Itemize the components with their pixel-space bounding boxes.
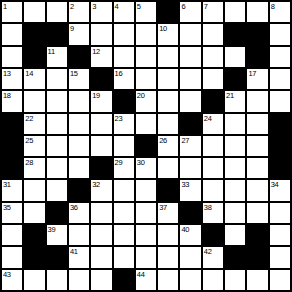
crossword-cell[interactable] (136, 180, 156, 200)
crossword-cell[interactable]: 37 (158, 203, 178, 223)
blocked-cell (247, 47, 267, 67)
crossword-cell[interactable] (225, 225, 245, 245)
crossword-cell[interactable] (114, 247, 134, 267)
crossword-cell[interactable] (91, 270, 111, 290)
crossword-cell[interactable] (158, 91, 178, 111)
crossword-cell[interactable] (69, 91, 89, 111)
clue-number: 29 (115, 158, 123, 167)
crossword-cell[interactable] (69, 270, 89, 290)
blocked-cell (158, 180, 178, 200)
crossword-cell[interactable]: 9 (69, 24, 89, 44)
blocked-cell (2, 136, 22, 156)
crossword-cell[interactable] (180, 247, 200, 267)
blocked-cell (247, 225, 267, 245)
clue-number: 27 (181, 136, 189, 145)
clue-number: 44 (137, 270, 145, 279)
clue-number: 20 (137, 91, 145, 100)
crossword-cell[interactable]: 3 (91, 2, 111, 22)
crossword-cell[interactable] (247, 203, 267, 223)
crossword-cell[interactable] (114, 24, 134, 44)
crossword-cell[interactable] (247, 2, 267, 22)
crossword-cell[interactable] (180, 24, 200, 44)
crossword-cell[interactable] (203, 136, 223, 156)
blocked-cell (225, 24, 245, 44)
crossword-cell[interactable] (180, 91, 200, 111)
clue-number: 23 (115, 114, 123, 123)
crossword-cell[interactable]: 25 (24, 136, 44, 156)
crossword-cell[interactable] (91, 247, 111, 267)
blocked-cell (24, 47, 44, 67)
clue-number: 37 (159, 203, 167, 212)
clue-number: 10 (159, 24, 167, 33)
blocked-cell (91, 158, 111, 178)
crossword-cell[interactable] (91, 225, 111, 245)
crossword-cell[interactable] (158, 270, 178, 290)
clue-number: 42 (204, 247, 212, 256)
crossword-cell[interactable] (136, 203, 156, 223)
clue-number: 21 (226, 91, 234, 100)
crossword-cell[interactable] (47, 158, 67, 178)
crossword-cell[interactable] (2, 225, 22, 245)
crossword-cell[interactable] (270, 203, 290, 223)
clue-number: 22 (25, 114, 33, 123)
crossword-cell[interactable] (225, 47, 245, 67)
blocked-cell (270, 114, 290, 134)
clue-number: 2 (70, 2, 74, 11)
crossword-cell[interactable]: 38 (203, 203, 223, 223)
crossword-cell[interactable] (47, 114, 67, 134)
crossword-cell[interactable] (47, 180, 67, 200)
blocked-cell (136, 136, 156, 156)
clue-number: 11 (48, 47, 55, 56)
clue-number: 36 (70, 203, 78, 212)
crossword-cell[interactable]: 22 (24, 114, 44, 134)
blocked-cell (47, 24, 67, 44)
crossword-cell[interactable]: 8 (270, 2, 290, 22)
clue-number: 18 (3, 91, 11, 100)
crossword-cell[interactable] (270, 24, 290, 44)
crossword-cell[interactable]: 34 (270, 180, 290, 200)
blocked-cell (69, 180, 89, 200)
crossword-cell[interactable]: 5 (136, 2, 156, 22)
crossword-cell[interactable] (24, 203, 44, 223)
blocked-cell (247, 24, 267, 44)
clue-number: 35 (3, 203, 11, 212)
crossword-cell[interactable]: 26 (158, 136, 178, 156)
crossword-cell[interactable] (91, 136, 111, 156)
crossword-cell[interactable] (47, 91, 67, 111)
blocked-cell (24, 225, 44, 245)
clue-number: 17 (248, 69, 256, 78)
crossword-cell[interactable] (136, 247, 156, 267)
crossword-cell[interactable]: 14 (24, 69, 44, 89)
clue-number: 8 (271, 2, 275, 11)
blocked-cell (225, 247, 245, 267)
clue-number: 7 (204, 2, 208, 11)
crossword-cell[interactable] (136, 225, 156, 245)
blocked-cell (180, 203, 200, 223)
crossword-cell[interactable]: 36 (69, 203, 89, 223)
blocked-cell (69, 47, 89, 67)
crossword-cell[interactable]: 41 (69, 247, 89, 267)
crossword-cell[interactable] (158, 69, 178, 89)
crossword-cell[interactable] (180, 158, 200, 178)
blocked-cell (225, 69, 245, 89)
crossword-cell[interactable]: 43 (2, 270, 22, 290)
crossword-cell[interactable] (158, 114, 178, 134)
crossword-cell[interactable] (114, 180, 134, 200)
clue-number: 31 (3, 180, 11, 189)
crossword-cell[interactable]: 10 (158, 24, 178, 44)
crossword-cell[interactable] (114, 47, 134, 67)
crossword-cell[interactable] (69, 114, 89, 134)
crossword-cell[interactable]: 35 (2, 203, 22, 223)
crossword-cell[interactable]: 27 (180, 136, 200, 156)
clue-number: 6 (181, 2, 185, 11)
crossword-cell[interactable]: 1 (2, 2, 22, 22)
blocked-cell (247, 247, 267, 267)
crossword-cell[interactable] (270, 225, 290, 245)
crossword-cell[interactable] (225, 158, 245, 178)
clue-number: 40 (181, 225, 189, 234)
clue-number: 32 (92, 180, 100, 189)
crossword-cell[interactable] (24, 180, 44, 200)
clue-number: 26 (159, 136, 167, 145)
crossword-cell[interactable] (203, 24, 223, 44)
clue-number: 1 (3, 2, 7, 11)
crossword-cell[interactable] (47, 69, 67, 89)
crossword-cell[interactable]: 7 (203, 2, 223, 22)
clue-number: 5 (137, 2, 141, 11)
crossword-cell[interactable]: 44 (136, 270, 156, 290)
crossword-cell[interactable] (69, 225, 89, 245)
crossword-cell[interactable] (247, 158, 267, 178)
crossword-cell[interactable] (69, 136, 89, 156)
blocked-cell (270, 158, 290, 178)
crossword-cell[interactable] (203, 270, 223, 290)
crossword-cell[interactable]: 28 (24, 158, 44, 178)
crossword-cell[interactable] (24, 91, 44, 111)
crossword-cell[interactable] (225, 136, 245, 156)
crossword-cell[interactable]: 31 (2, 180, 22, 200)
crossword-cell[interactable] (2, 24, 22, 44)
crossword-cell[interactable] (180, 47, 200, 67)
crossword-cell[interactable]: 13 (2, 69, 22, 89)
crossword-cell[interactable] (136, 69, 156, 89)
crossword-grid: 1234567891011121314151617181920212223242… (0, 0, 292, 292)
crossword-cell[interactable] (114, 136, 134, 156)
crossword-cell[interactable]: 12 (91, 47, 111, 67)
clue-number: 38 (204, 203, 212, 212)
crossword-cell[interactable] (47, 136, 67, 156)
blocked-cell (158, 2, 178, 22)
clue-number: 34 (271, 180, 279, 189)
crossword-cell[interactable] (47, 270, 67, 290)
blocked-cell (47, 203, 67, 223)
crossword-cell[interactable] (158, 225, 178, 245)
crossword-cell[interactable] (114, 203, 134, 223)
clue-number: 19 (92, 91, 100, 100)
blocked-cell (203, 225, 223, 245)
clue-number: 39 (48, 225, 56, 234)
crossword-cell[interactable] (2, 247, 22, 267)
blocked-cell (24, 247, 44, 267)
crossword-cell[interactable]: 29 (114, 158, 134, 178)
blocked-cell (270, 136, 290, 156)
crossword-cell[interactable] (91, 24, 111, 44)
clue-number: 12 (92, 47, 100, 56)
blocked-cell (2, 158, 22, 178)
crossword-cell[interactable]: 6 (180, 2, 200, 22)
crossword-cell[interactable]: 40 (180, 225, 200, 245)
crossword-cell[interactable] (225, 270, 245, 290)
crossword-cell[interactable]: 11 (47, 47, 67, 67)
clue-number: 28 (25, 158, 33, 167)
crossword-cell[interactable] (247, 114, 267, 134)
crossword-cell[interactable] (270, 270, 290, 290)
crossword-cell[interactable] (47, 2, 67, 22)
crossword-cell[interactable] (24, 270, 44, 290)
crossword-cell[interactable] (225, 2, 245, 22)
clue-number: 13 (3, 69, 11, 78)
crossword-cell[interactable] (180, 270, 200, 290)
crossword-cell[interactable]: 24 (203, 114, 223, 134)
crossword-cell[interactable]: 18 (2, 91, 22, 111)
crossword-cell[interactable] (247, 91, 267, 111)
blocked-cell (24, 24, 44, 44)
crossword-cell[interactable] (136, 114, 156, 134)
crossword-cell[interactable]: 30 (136, 158, 156, 178)
crossword-cell[interactable] (247, 270, 267, 290)
blocked-cell (180, 114, 200, 134)
crossword-cell[interactable] (158, 47, 178, 67)
clue-number: 3 (92, 2, 96, 11)
crossword-cell[interactable] (136, 47, 156, 67)
crossword-puzzle: 1234567891011121314151617181920212223242… (0, 0, 292, 292)
crossword-cell[interactable] (225, 203, 245, 223)
crossword-cell[interactable]: 21 (225, 91, 245, 111)
crossword-cell[interactable]: 23 (114, 114, 134, 134)
crossword-cell[interactable] (270, 91, 290, 111)
crossword-cell[interactable] (203, 180, 223, 200)
crossword-cell[interactable] (247, 136, 267, 156)
crossword-cell[interactable] (158, 158, 178, 178)
blocked-cell (114, 91, 134, 111)
crossword-cell[interactable] (158, 247, 178, 267)
crossword-cell[interactable]: 20 (136, 91, 156, 111)
crossword-cell[interactable]: 15 (69, 69, 89, 89)
crossword-cell[interactable] (114, 225, 134, 245)
blocked-cell (203, 91, 223, 111)
crossword-cell[interactable] (69, 158, 89, 178)
crossword-cell[interactable]: 33 (180, 180, 200, 200)
clue-number: 15 (70, 69, 78, 78)
crossword-cell[interactable]: 32 (91, 180, 111, 200)
crossword-cell[interactable] (203, 158, 223, 178)
crossword-cell[interactable] (270, 47, 290, 67)
crossword-cell[interactable] (136, 24, 156, 44)
crossword-cell[interactable]: 17 (247, 69, 267, 89)
crossword-cell[interactable] (180, 69, 200, 89)
crossword-cell[interactable]: 16 (114, 69, 134, 89)
clue-number: 43 (3, 270, 11, 279)
crossword-cell[interactable] (2, 47, 22, 67)
clue-number: 24 (204, 114, 212, 123)
crossword-cell[interactable] (91, 203, 111, 223)
crossword-cell[interactable]: 4 (114, 2, 134, 22)
crossword-cell[interactable]: 39 (47, 225, 67, 245)
crossword-cell[interactable] (225, 114, 245, 134)
clue-number: 14 (25, 69, 33, 78)
crossword-cell[interactable] (24, 2, 44, 22)
clue-number: 16 (115, 69, 123, 78)
crossword-cell[interactable] (225, 180, 245, 200)
blocked-cell (47, 247, 67, 267)
crossword-cell[interactable] (203, 69, 223, 89)
blocked-cell (2, 114, 22, 134)
crossword-cell[interactable]: 42 (203, 247, 223, 267)
clue-number: 25 (25, 136, 33, 145)
blocked-cell (91, 69, 111, 89)
crossword-cell[interactable] (270, 69, 290, 89)
clue-number: 4 (115, 2, 119, 11)
clue-number: 41 (70, 247, 78, 256)
crossword-cell[interactable] (270, 247, 290, 267)
crossword-cell[interactable]: 19 (91, 91, 111, 111)
crossword-cell[interactable]: 2 (69, 2, 89, 22)
blocked-cell (114, 270, 134, 290)
clue-number: 9 (70, 24, 74, 33)
crossword-cell[interactable] (203, 47, 223, 67)
clue-number: 30 (137, 158, 145, 167)
crossword-cell[interactable] (91, 114, 111, 134)
clue-number: 33 (181, 180, 189, 189)
crossword-cell[interactable] (247, 180, 267, 200)
